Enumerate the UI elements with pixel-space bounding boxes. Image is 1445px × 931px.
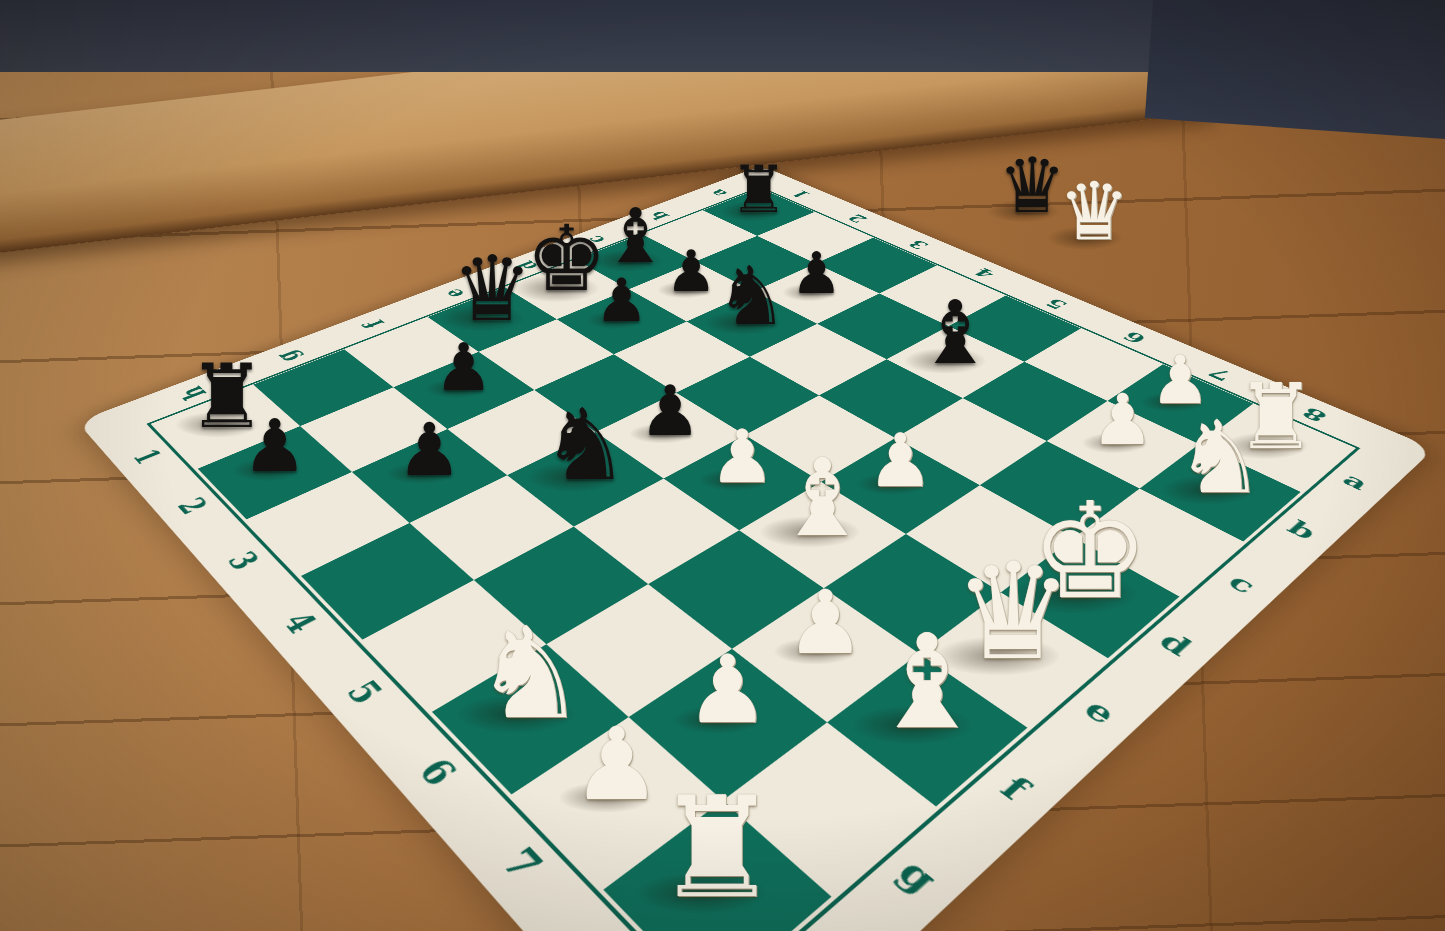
white-bishop-f8[interactable]: ♝ (869, 618, 985, 748)
off-board-white-queen[interactable]: ♛ (1058, 172, 1130, 252)
black-pawn-f2[interactable]: ♟ (434, 335, 493, 401)
black-bishop-c1[interactable]: ♝ (602, 199, 670, 274)
white-pawn-d6[interactable]: ♟ (867, 423, 933, 497)
black-bishop-b5[interactable]: ♝ (916, 289, 994, 376)
pieces-layer: ♛♜♛♝♚♟♟♛♟♞♝♟♟♜♟♟♜♟♟♞♟♟♞♝♚♟♛♞♟♝♟♜ (0, 0, 1445, 931)
white-pawn-f7[interactable]: ♟ (786, 579, 865, 667)
black-pawn-d2[interactable]: ♟ (595, 271, 649, 331)
black-pawn-e4[interactable]: ♟ (639, 377, 701, 446)
white-pawn-e5[interactable]: ♟ (709, 420, 775, 493)
black-queen-e1[interactable]: ♛ (452, 244, 533, 334)
white-rook-h8[interactable]: ♜ (655, 779, 780, 918)
white-bishop-e6[interactable]: ♝ (774, 444, 870, 551)
black-pawn-g3[interactable]: ♟ (397, 414, 462, 487)
white-knight-b8[interactable]: ♞ (1175, 408, 1265, 508)
white-pawn-h7[interactable]: ♟ (572, 715, 662, 815)
off-board-black-queen[interactable]: ♛ (998, 148, 1067, 224)
black-rook-a1[interactable]: ♜ (730, 158, 788, 223)
photo-stage: 11aa22bb33cc44dd55ee66ff77gg88hh ♛♜♛♝♚♟♟… (0, 0, 1445, 931)
white-pawn-b7[interactable]: ♟ (1091, 385, 1154, 455)
black-knight-f4[interactable]: ♞ (541, 396, 630, 495)
white-pawn-g7[interactable]: ♟ (686, 643, 770, 737)
black-pawn-c2[interactable]: ♟ (666, 243, 717, 300)
black-pawn-h2[interactable]: ♟ (242, 411, 307, 484)
black-knight-c3[interactable]: ♞ (715, 256, 788, 337)
black-pawn-b3[interactable]: ♟ (791, 245, 843, 302)
white-knight-h6[interactable]: ♞ (474, 611, 587, 737)
